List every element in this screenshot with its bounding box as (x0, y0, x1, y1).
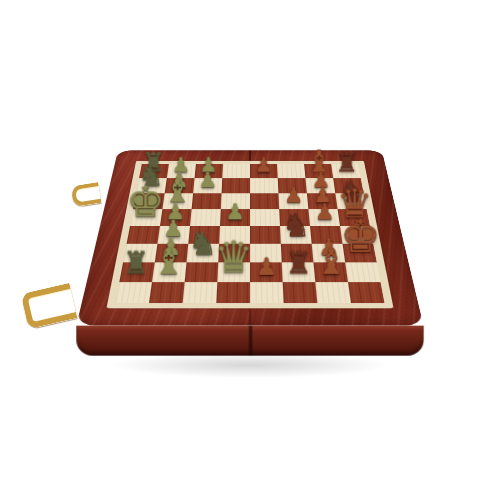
piece-brass-knight-c3: ♞ (188, 227, 217, 260)
brass-clasp-icon-top (71, 182, 102, 207)
board-shadow (110, 352, 390, 378)
piece-copper-knight-f4: ♞ (282, 209, 310, 241)
piece-copper-rook-f2: ♜ (285, 248, 312, 278)
piece-brass-rook-a2: ♜ (123, 248, 150, 278)
piece-copper-pawn-e2: ♟ (256, 255, 277, 279)
piece-brass-queen-d2: ♛ (214, 235, 253, 278)
piece-brass-bishop-b2: ♝ (153, 243, 185, 279)
brass-clasp-icon-bottom (21, 283, 78, 329)
chess-board: ♜♟♟♞♟♟♝♚♟♟♟♟♞♜♝♛♟♝♜♟♟♟♞♟♛♞♟♚♟♟♜♝ (76, 150, 423, 325)
piece-copper-bishop-g2: ♝ (315, 243, 347, 279)
product-photo: ♜♟♟♞♟♟♝♚♟♟♟♟♞♜♝♛♟♝♜♟♟♟♞♟♛♞♟♚♟♟♜♝ (0, 0, 500, 500)
